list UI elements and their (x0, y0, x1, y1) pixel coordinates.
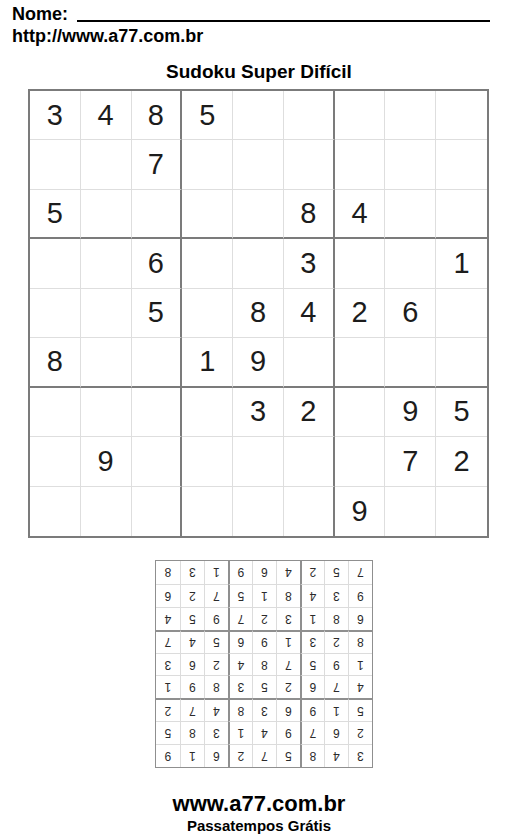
solution-cell-r5c8: 6 (180, 653, 204, 676)
puzzle-cell-r3c4[interactable] (182, 190, 233, 239)
solution-cell-r8c8: 2 (180, 584, 204, 607)
footer-site-text: www.a77.com.br (0, 791, 518, 817)
puzzle-cell-r7c8: 9 (385, 388, 436, 437)
solution-cell-r2c1: 2 (348, 721, 372, 744)
puzzle-cell-r5c7: 2 (335, 289, 386, 338)
puzzle-cell-r5c2[interactable] (81, 289, 132, 338)
solution-cell-r6c1: 8 (348, 630, 372, 653)
puzzle-cell-r4c9: 1 (436, 239, 487, 288)
page-title: Sudoku Super Difícil (0, 61, 518, 83)
puzzle-cell-r2c1[interactable] (30, 140, 81, 189)
solution-cell-r1c4: 5 (276, 744, 300, 767)
solution-cell-r2c8: 8 (180, 721, 204, 744)
solution-cell-r5c3: 5 (300, 653, 324, 676)
solution-cell-r6c8: 4 (180, 630, 204, 653)
puzzle-cell-r6c6[interactable] (284, 338, 335, 387)
solution-cell-r5c5: 8 (252, 653, 276, 676)
puzzle-cell-r3c5[interactable] (233, 190, 284, 239)
solution-cell-r8c7: 7 (204, 584, 228, 607)
solution-cell-r2c9: 5 (156, 721, 180, 744)
solution-cell-r8c9: 6 (156, 584, 180, 607)
solution-cell-r4c6: 3 (228, 675, 252, 698)
puzzle-cell-r1c2: 4 (81, 91, 132, 140)
puzzle-cell-r8c3[interactable] (132, 437, 183, 486)
solution-cell-r7c8: 5 (180, 607, 204, 630)
puzzle-cell-r7c3[interactable] (132, 388, 183, 437)
solution-cell-r7c4: 3 (276, 607, 300, 630)
puzzle-cell-r3c3[interactable] (132, 190, 183, 239)
solution-cell-r9c1: 7 (348, 561, 372, 584)
puzzle-cell-r3c9[interactable] (436, 190, 487, 239)
solution-cell-r5c1: 1 (348, 653, 372, 676)
solution-cell-r5c6: 4 (228, 653, 252, 676)
puzzle-cell-r3c8[interactable] (385, 190, 436, 239)
solution-cell-r8c5: 1 (252, 584, 276, 607)
puzzle-cell-r9c2[interactable] (81, 487, 132, 536)
puzzle-cell-r9c1[interactable] (30, 487, 81, 536)
puzzle-cell-r4c3: 6 (132, 239, 183, 288)
solution-cell-r4c8: 9 (180, 675, 204, 698)
solution-cell-r3c6: 8 (228, 698, 252, 721)
name-blank-line[interactable] (77, 6, 490, 22)
solution-cell-r6c3: 3 (300, 630, 324, 653)
solution-cell-r1c2: 4 (324, 744, 348, 767)
sudoku-print-page: Nome: http://www.a77.com.br Sudoku Super… (0, 0, 518, 840)
solution-cell-r8c6: 5 (228, 584, 252, 607)
solution-cell-r7c2: 8 (324, 607, 348, 630)
puzzle-cell-r1c6[interactable] (284, 91, 335, 140)
solution-cell-r1c9: 9 (156, 744, 180, 767)
solution-cell-r7c9: 4 (156, 607, 180, 630)
puzzle-cell-r7c6: 2 (284, 388, 335, 437)
solution-cell-r2c4: 9 (276, 721, 300, 744)
puzzle-cell-r5c4[interactable] (182, 289, 233, 338)
puzzle-cell-r4c5[interactable] (233, 239, 284, 288)
solution-cell-r1c5: 7 (252, 744, 276, 767)
solution-cell-r3c9: 2 (156, 698, 180, 721)
name-label: Nome: (12, 4, 68, 25)
solution-cell-r2c6: 1 (228, 721, 252, 744)
puzzle-cell-r5c8: 6 (385, 289, 436, 338)
puzzle-cell-r6c1: 8 (30, 338, 81, 387)
solution-cell-r2c5: 4 (252, 721, 276, 744)
solution-cell-r6c2: 2 (324, 630, 348, 653)
puzzle-cell-r8c8: 7 (385, 437, 436, 486)
solution-cell-r1c3: 8 (300, 744, 324, 767)
solution-cell-r4c2: 7 (324, 675, 348, 698)
solution-cell-r8c2: 3 (324, 584, 348, 607)
solution-cell-r9c3: 2 (300, 561, 324, 584)
solution-cell-r4c7: 8 (204, 675, 228, 698)
solution-cell-r8c4: 8 (276, 584, 300, 607)
solution-cell-r4c3: 6 (300, 675, 324, 698)
puzzle-cell-r8c5[interactable] (233, 437, 284, 486)
solution-cell-r9c8: 3 (180, 561, 204, 584)
puzzle-cell-r7c7[interactable] (335, 388, 386, 437)
puzzle-cell-r4c7[interactable] (335, 239, 386, 288)
puzzle-cell-r4c6: 3 (284, 239, 335, 288)
puzzle-cell-r2c6[interactable] (284, 140, 335, 189)
solution-cell-r4c5: 5 (252, 675, 276, 698)
puzzle-cell-r8c7[interactable] (335, 437, 386, 486)
puzzle-cell-r8c9: 2 (436, 437, 487, 486)
solution-cell-r8c1: 9 (348, 584, 372, 607)
solution-grid: 3485726192679413855196384724762538911957… (155, 560, 373, 768)
puzzle-cell-r8c1[interactable] (30, 437, 81, 486)
puzzle-cell-r7c9: 5 (436, 388, 487, 437)
solution-cell-r9c9: 8 (156, 561, 180, 584)
solution-cell-r4c9: 1 (156, 675, 180, 698)
puzzle-cell-r7c4[interactable] (182, 388, 233, 437)
puzzle-cell-r7c5: 3 (233, 388, 284, 437)
puzzle-cell-r6c8[interactable] (385, 338, 436, 387)
solution-cell-r3c3: 9 (300, 698, 324, 721)
puzzle-cell-r2c3: 7 (132, 140, 183, 189)
puzzle-cell-r6c3[interactable] (132, 338, 183, 387)
puzzle-cell-r5c1[interactable] (30, 289, 81, 338)
puzzle-cell-r4c2[interactable] (81, 239, 132, 288)
solution-cell-r9c4: 4 (276, 561, 300, 584)
solution-cell-r4c1: 4 (348, 675, 372, 698)
puzzle-cell-r3c1: 5 (30, 190, 81, 239)
footer-tagline-text: Passatempos Grátis (0, 817, 518, 834)
puzzle-cell-r6c7[interactable] (335, 338, 386, 387)
solution-cell-r3c5: 3 (252, 698, 276, 721)
puzzle-cell-r5c5: 8 (233, 289, 284, 338)
puzzle-cell-r9c6[interactable] (284, 487, 335, 536)
solution-cell-r6c5: 9 (252, 630, 276, 653)
puzzle-cell-r1c5[interactable] (233, 91, 284, 140)
puzzle-cell-r9c7: 9 (335, 487, 386, 536)
puzzle-cell-r4c1[interactable] (30, 239, 81, 288)
puzzle-cell-r9c8[interactable] (385, 487, 436, 536)
puzzle-cell-r2c2[interactable] (81, 140, 132, 189)
puzzle-cell-r5c6: 4 (284, 289, 335, 338)
solution-cell-r7c7: 9 (204, 607, 228, 630)
puzzle-cell-r9c5[interactable] (233, 487, 284, 536)
solution-cell-r1c6: 2 (228, 744, 252, 767)
solution-cell-r2c2: 6 (324, 721, 348, 744)
puzzle-cell-r1c4: 5 (182, 91, 233, 140)
solution-cell-r5c7: 2 (204, 653, 228, 676)
puzzle-cell-r1c1: 3 (30, 91, 81, 140)
puzzle-cell-r3c7: 4 (335, 190, 386, 239)
solution-cell-r2c7: 3 (204, 721, 228, 744)
solution-cell-r3c4: 6 (276, 698, 300, 721)
solution-cell-r9c5: 6 (252, 561, 276, 584)
name-row: Nome: (12, 4, 490, 25)
puzzle-cell-r9c9[interactable] (436, 487, 487, 536)
puzzle-cell-r7c2[interactable] (81, 388, 132, 437)
puzzle-cell-r5c3: 5 (132, 289, 183, 338)
solution-cell-r6c4: 1 (276, 630, 300, 653)
solution-cell-r5c4: 7 (276, 653, 300, 676)
puzzle-cell-r4c8[interactable] (385, 239, 436, 288)
puzzle-cell-r7c1[interactable] (30, 388, 81, 437)
puzzle-cell-r2c7[interactable] (335, 140, 386, 189)
solution-cell-r7c1: 6 (348, 607, 372, 630)
puzzle-cell-r2c5[interactable] (233, 140, 284, 189)
solution-cell-r5c2: 9 (324, 653, 348, 676)
solution-cell-r7c5: 2 (252, 607, 276, 630)
puzzle-cell-r6c2[interactable] (81, 338, 132, 387)
puzzle-cell-r8c6[interactable] (284, 437, 335, 486)
puzzle-cell-r6c4: 1 (182, 338, 233, 387)
solution-cell-r8c3: 4 (300, 584, 324, 607)
solution-cell-r1c8: 1 (180, 744, 204, 767)
puzzle-cell-r1c8[interactable] (385, 91, 436, 140)
solution-cell-r6c7: 5 (204, 630, 228, 653)
solution-cell-r9c2: 5 (324, 561, 348, 584)
solution-cell-r3c2: 1 (324, 698, 348, 721)
puzzle-cell-r5c9[interactable] (436, 289, 487, 338)
solution-cell-r4c4: 2 (276, 675, 300, 698)
puzzle-cell-r6c9[interactable] (436, 338, 487, 387)
puzzle-cell-r4c4[interactable] (182, 239, 233, 288)
solution-cell-r6c6: 6 (228, 630, 252, 653)
solution-cell-r3c1: 5 (348, 698, 372, 721)
site-url-text: http://www.a77.com.br (12, 26, 203, 47)
puzzle-cell-r9c4[interactable] (182, 487, 233, 536)
puzzle-cell-r8c4[interactable] (182, 437, 233, 486)
solution-cell-r1c1: 3 (348, 744, 372, 767)
solution-cell-r7c3: 1 (300, 607, 324, 630)
solution-cell-r5c9: 3 (156, 653, 180, 676)
puzzle-cell-r1c9[interactable] (436, 91, 487, 140)
puzzle-cell-r2c9[interactable] (436, 140, 487, 189)
puzzle-cell-r9c3[interactable] (132, 487, 183, 536)
solution-cell-r1c7: 6 (204, 744, 228, 767)
solution-cell-r2c3: 7 (300, 721, 324, 744)
solution-cell-r3c8: 7 (180, 698, 204, 721)
puzzle-cell-r1c3: 8 (132, 91, 183, 140)
solution-cell-r6c9: 7 (156, 630, 180, 653)
solution-cell-r7c6: 7 (228, 607, 252, 630)
puzzle-cell-r8c2: 9 (81, 437, 132, 486)
solution-cell-r9c7: 1 (204, 561, 228, 584)
puzzle-cell-r3c6: 8 (284, 190, 335, 239)
puzzle-cell-r1c7[interactable] (335, 91, 386, 140)
puzzle-cell-r6c5: 9 (233, 338, 284, 387)
puzzle-cell-r2c4[interactable] (182, 140, 233, 189)
puzzle-grid: 348575846315842681932959729 (28, 89, 489, 538)
solution-cell-r9c6: 9 (228, 561, 252, 584)
solution-cell-r3c7: 4 (204, 698, 228, 721)
puzzle-cell-r3c2[interactable] (81, 190, 132, 239)
puzzle-cell-r2c8[interactable] (385, 140, 436, 189)
